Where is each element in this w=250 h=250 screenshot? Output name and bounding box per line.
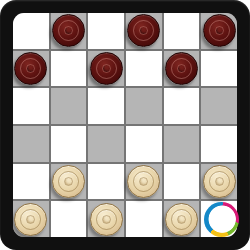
checker-piece-dark[interactable] xyxy=(14,52,47,85)
square-a6[interactable] xyxy=(13,13,49,49)
checker-piece-light[interactable] xyxy=(203,165,236,198)
square-a1[interactable] xyxy=(13,201,49,237)
square-a2[interactable] xyxy=(13,164,49,200)
square-d2[interactable] xyxy=(126,164,162,200)
square-c4[interactable] xyxy=(88,88,124,124)
square-c5[interactable] xyxy=(88,51,124,87)
square-c1[interactable] xyxy=(88,201,124,237)
checker-piece-light[interactable] xyxy=(127,165,160,198)
square-b6[interactable] xyxy=(51,13,87,49)
square-f5[interactable] xyxy=(201,51,237,87)
square-f6[interactable] xyxy=(201,13,237,49)
square-d4[interactable] xyxy=(126,88,162,124)
square-d6[interactable] xyxy=(126,13,162,49)
checker-piece-dark[interactable] xyxy=(203,14,236,47)
square-a3[interactable] xyxy=(13,126,49,162)
square-e2[interactable] xyxy=(164,164,200,200)
square-e1[interactable] xyxy=(164,201,200,237)
checkers-board xyxy=(13,13,237,237)
checker-piece-light[interactable] xyxy=(165,203,198,236)
square-b5[interactable] xyxy=(51,51,87,87)
checker-piece-light[interactable] xyxy=(14,203,47,236)
square-c3[interactable] xyxy=(88,126,124,162)
square-c6[interactable] xyxy=(88,13,124,49)
square-f2[interactable] xyxy=(201,164,237,200)
checker-piece-dark[interactable] xyxy=(127,14,160,47)
square-f3[interactable] xyxy=(201,126,237,162)
checker-piece-dark[interactable] xyxy=(165,52,198,85)
checker-piece-light[interactable] xyxy=(52,165,85,198)
square-b1[interactable] xyxy=(51,201,87,237)
square-a4[interactable] xyxy=(13,88,49,124)
app-logo-icon[interactable] xyxy=(204,202,239,237)
square-b4[interactable] xyxy=(51,88,87,124)
square-e6[interactable] xyxy=(164,13,200,49)
square-e4[interactable] xyxy=(164,88,200,124)
square-e5[interactable] xyxy=(164,51,200,87)
square-d5[interactable] xyxy=(126,51,162,87)
square-e3[interactable] xyxy=(164,126,200,162)
square-d3[interactable] xyxy=(126,126,162,162)
board-frame xyxy=(0,0,250,250)
square-d1[interactable] xyxy=(126,201,162,237)
checker-piece-dark[interactable] xyxy=(90,52,123,85)
square-b3[interactable] xyxy=(51,126,87,162)
checker-piece-dark[interactable] xyxy=(52,14,85,47)
square-c2[interactable] xyxy=(88,164,124,200)
square-a5[interactable] xyxy=(13,51,49,87)
square-b2[interactable] xyxy=(51,164,87,200)
checker-piece-light[interactable] xyxy=(90,203,123,236)
square-f4[interactable] xyxy=(201,88,237,124)
